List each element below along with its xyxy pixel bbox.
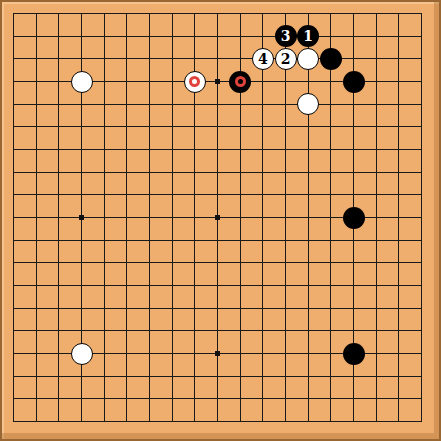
- black-stone-O18: 1: [297, 25, 319, 47]
- move-number-label: 2: [281, 51, 291, 65]
- hoshi-star-point: [215, 351, 220, 356]
- grid-line-horizontal: [13, 398, 422, 399]
- move-number-label: 1: [303, 29, 313, 43]
- white-stone-D16: [71, 71, 93, 93]
- circle-marker-icon: [189, 76, 200, 87]
- black-stone-Q16: [343, 71, 365, 93]
- grid-line-vertical: [285, 13, 286, 422]
- grid-line-vertical: [376, 13, 377, 422]
- grid-line-horizontal: [13, 421, 422, 422]
- white-stone-N17: 2: [275, 48, 297, 70]
- hoshi-star-point: [79, 215, 84, 220]
- circle-marker-icon: [235, 76, 246, 87]
- go-board: 4321: [0, 0, 441, 441]
- grid-line-vertical: [262, 13, 263, 422]
- grid-line-horizontal: [13, 376, 422, 377]
- black-stone-N18: 3: [275, 25, 297, 47]
- grid-line-horizontal: [13, 285, 422, 286]
- grid-line-vertical: [398, 13, 399, 422]
- grid-line-vertical: [308, 13, 309, 422]
- white-stone-O15: [297, 93, 319, 115]
- move-number-label: 4: [258, 51, 268, 65]
- hoshi-star-point: [215, 79, 220, 84]
- white-stone-O17: [297, 48, 319, 70]
- grid-line-horizontal: [13, 262, 422, 263]
- white-stone-D4: [71, 343, 93, 365]
- go-diagram: 4321: [0, 0, 441, 441]
- white-stone-M17: 4: [252, 48, 274, 70]
- grid-line-horizontal: [13, 308, 422, 309]
- grid-line-vertical: [421, 13, 422, 422]
- black-stone-Q10: [343, 207, 365, 229]
- white-stone-J16: [184, 71, 206, 93]
- black-stone-L16: [229, 71, 251, 93]
- grid-line-vertical: [330, 13, 331, 422]
- grid-line-horizontal: [13, 330, 422, 331]
- black-stone-Q4: [343, 343, 365, 365]
- move-number-label: 3: [281, 29, 291, 43]
- hoshi-star-point: [215, 215, 220, 220]
- grid-line-horizontal: [13, 240, 422, 241]
- black-stone-P17: [320, 48, 342, 70]
